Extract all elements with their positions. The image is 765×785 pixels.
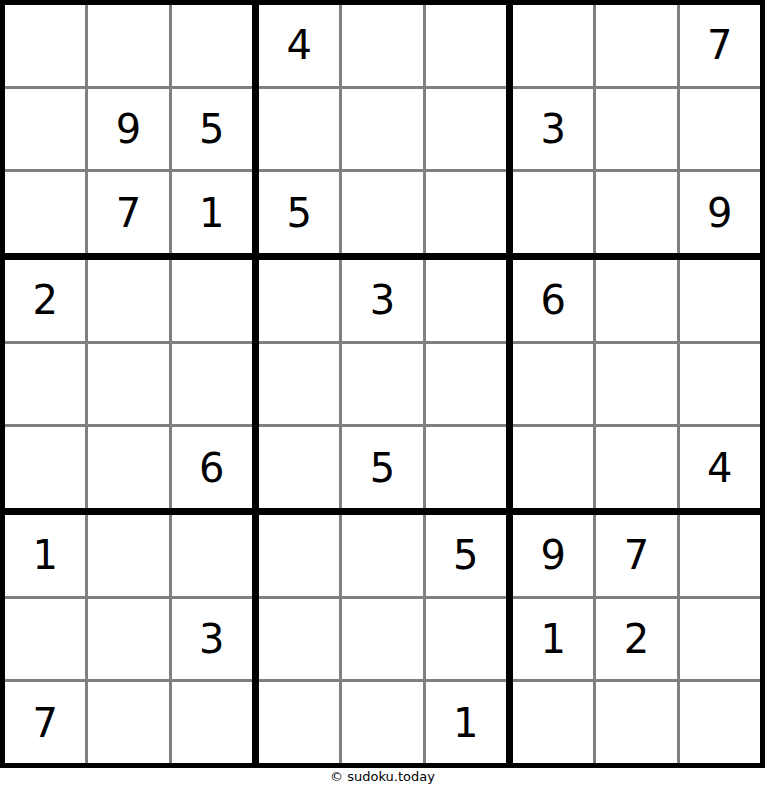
cell-r2c5[interactable] xyxy=(342,89,422,170)
footer: © sudoku.today xyxy=(0,768,765,785)
cell-r4c8[interactable] xyxy=(596,260,676,341)
cell-r8c6[interactable] xyxy=(426,599,506,680)
cell-r5c6[interactable] xyxy=(426,344,506,425)
cell-r1c1[interactable] xyxy=(5,5,85,86)
cell-r6c1[interactable] xyxy=(5,427,85,508)
cell-r4c9[interactable] xyxy=(680,260,760,341)
box-3-3: 9712 xyxy=(513,515,760,763)
cell-r3c5[interactable] xyxy=(342,172,422,253)
sudoku-page: 957145739263564137519712 © sudoku.today xyxy=(0,0,765,785)
cell-r3c6[interactable] xyxy=(426,172,506,253)
cell-r5c3[interactable] xyxy=(172,344,252,425)
cell-r3c3[interactable]: 1 xyxy=(172,172,252,253)
cell-r1c6[interactable] xyxy=(426,5,506,86)
cell-r5c9[interactable] xyxy=(680,344,760,425)
cell-r7c5[interactable] xyxy=(342,515,422,596)
cell-r1c4[interactable]: 4 xyxy=(259,5,339,86)
cell-r6c6[interactable] xyxy=(426,427,506,508)
cell-r6c2[interactable] xyxy=(88,427,168,508)
cell-r3c8[interactable] xyxy=(596,172,676,253)
cell-r8c9[interactable] xyxy=(680,599,760,680)
cell-r4c2[interactable] xyxy=(88,260,168,341)
cell-r3c9[interactable]: 9 xyxy=(680,172,760,253)
cell-r6c7[interactable] xyxy=(513,427,593,508)
cell-r7c9[interactable] xyxy=(680,515,760,596)
cell-r5c4[interactable] xyxy=(259,344,339,425)
box-1-3: 739 xyxy=(513,5,760,253)
cell-r2c9[interactable] xyxy=(680,89,760,170)
cell-r5c7[interactable] xyxy=(513,344,593,425)
box-1-1: 9571 xyxy=(5,5,252,253)
cell-r7c8[interactable]: 7 xyxy=(596,515,676,596)
box-2-1: 26 xyxy=(5,260,252,508)
cell-r9c6[interactable]: 1 xyxy=(426,682,506,763)
cell-r9c7[interactable] xyxy=(513,682,593,763)
cell-r8c5[interactable] xyxy=(342,599,422,680)
cell-r7c3[interactable] xyxy=(172,515,252,596)
cell-r8c8[interactable]: 2 xyxy=(596,599,676,680)
cell-r7c7[interactable]: 9 xyxy=(513,515,593,596)
cell-r4c1[interactable]: 2 xyxy=(5,260,85,341)
cell-r1c3[interactable] xyxy=(172,5,252,86)
cell-r3c7[interactable] xyxy=(513,172,593,253)
cell-r1c8[interactable] xyxy=(596,5,676,86)
cell-r1c5[interactable] xyxy=(342,5,422,86)
cell-r5c8[interactable] xyxy=(596,344,676,425)
cell-r7c4[interactable] xyxy=(259,515,339,596)
cell-r3c2[interactable]: 7 xyxy=(88,172,168,253)
box-2-3: 64 xyxy=(513,260,760,508)
cell-r4c4[interactable] xyxy=(259,260,339,341)
cell-r7c2[interactable] xyxy=(88,515,168,596)
cell-r4c3[interactable] xyxy=(172,260,252,341)
cell-r6c8[interactable] xyxy=(596,427,676,508)
cell-r1c2[interactable] xyxy=(88,5,168,86)
cell-r5c2[interactable] xyxy=(88,344,168,425)
cell-r4c7[interactable]: 6 xyxy=(513,260,593,341)
cell-r6c5[interactable]: 5 xyxy=(342,427,422,508)
cell-r5c1[interactable] xyxy=(5,344,85,425)
cell-r6c9[interactable]: 4 xyxy=(680,427,760,508)
box-2-2: 35 xyxy=(259,260,506,508)
cell-r5c5[interactable] xyxy=(342,344,422,425)
cell-r2c2[interactable]: 9 xyxy=(88,89,168,170)
cell-r9c3[interactable] xyxy=(172,682,252,763)
box-3-2: 51 xyxy=(259,515,506,763)
cell-r2c3[interactable]: 5 xyxy=(172,89,252,170)
box-1-2: 45 xyxy=(259,5,506,253)
cell-r3c4[interactable]: 5 xyxy=(259,172,339,253)
cell-r4c5[interactable]: 3 xyxy=(342,260,422,341)
cell-r2c1[interactable] xyxy=(5,89,85,170)
cell-r9c2[interactable] xyxy=(88,682,168,763)
cell-r1c7[interactable] xyxy=(513,5,593,86)
cell-r9c1[interactable]: 7 xyxy=(5,682,85,763)
cell-r9c9[interactable] xyxy=(680,682,760,763)
cell-r9c8[interactable] xyxy=(596,682,676,763)
cell-r2c6[interactable] xyxy=(426,89,506,170)
cell-r2c8[interactable] xyxy=(596,89,676,170)
cell-r1c9[interactable]: 7 xyxy=(680,5,760,86)
cell-r2c4[interactable] xyxy=(259,89,339,170)
cell-r7c1[interactable]: 1 xyxy=(5,515,85,596)
cell-r8c7[interactable]: 1 xyxy=(513,599,593,680)
copyright-text: © sudoku.today xyxy=(330,769,435,784)
cell-r8c2[interactable] xyxy=(88,599,168,680)
box-3-1: 137 xyxy=(5,515,252,763)
cell-r3c1[interactable] xyxy=(5,172,85,253)
cell-r9c5[interactable] xyxy=(342,682,422,763)
cell-r8c3[interactable]: 3 xyxy=(172,599,252,680)
cell-r7c6[interactable]: 5 xyxy=(426,515,506,596)
cell-r8c4[interactable] xyxy=(259,599,339,680)
cell-r9c4[interactable] xyxy=(259,682,339,763)
cell-r6c3[interactable]: 6 xyxy=(172,427,252,508)
cell-r2c7[interactable]: 3 xyxy=(513,89,593,170)
cell-r4c6[interactable] xyxy=(426,260,506,341)
cell-r6c4[interactable] xyxy=(259,427,339,508)
sudoku-board: 957145739263564137519712 xyxy=(0,0,765,768)
cell-r8c1[interactable] xyxy=(5,599,85,680)
